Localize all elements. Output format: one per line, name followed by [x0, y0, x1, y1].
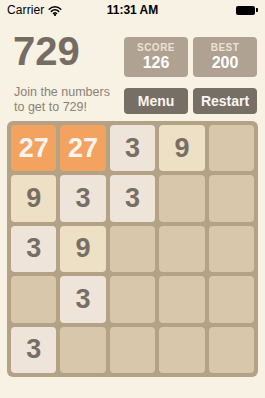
- empty-cell: [209, 175, 254, 221]
- tile-9: 9: [11, 175, 56, 221]
- tile-3: 3: [11, 226, 56, 272]
- empty-cell: [60, 327, 105, 373]
- empty-cell: [209, 125, 254, 171]
- tile-9: 9: [159, 125, 204, 171]
- empty-cell: [209, 226, 254, 272]
- score-label: SCORE: [137, 42, 175, 54]
- tile-27: 27: [11, 125, 56, 171]
- empty-cell: [209, 276, 254, 322]
- wifi-icon: [48, 5, 62, 16]
- tile-3: 3: [60, 276, 105, 322]
- subtitle: Join the numbers to get to 729!: [14, 85, 110, 114]
- best-value: 200: [212, 54, 239, 72]
- board-grid[interactable]: 2727399333933: [7, 121, 258, 377]
- tile-9: 9: [60, 226, 105, 272]
- score-value: 126: [143, 54, 170, 72]
- restart-button[interactable]: Restart: [193, 88, 257, 114]
- empty-cell: [110, 226, 155, 272]
- menu-button[interactable]: Menu: [124, 88, 188, 114]
- game-screen: 11:31 AM Carrier 729 Join the numbers to…: [0, 0, 265, 398]
- tile-27: 27: [60, 125, 105, 171]
- empty-cell: [159, 276, 204, 322]
- score-box: SCORE 126: [124, 37, 188, 77]
- empty-cell: [159, 226, 204, 272]
- carrier-label: Carrier: [7, 3, 44, 17]
- tile-3: 3: [11, 327, 56, 373]
- empty-cell: [159, 327, 204, 373]
- tile-3: 3: [110, 125, 155, 171]
- empty-cell: [209, 327, 254, 373]
- empty-cell: [159, 175, 204, 221]
- best-label: BEST: [211, 42, 240, 54]
- tile-3: 3: [60, 175, 105, 221]
- tile-3: 3: [110, 175, 155, 221]
- empty-cell: [11, 276, 56, 322]
- page-title: 729: [13, 31, 80, 71]
- best-box: BEST 200: [193, 37, 257, 77]
- battery-icon: [236, 6, 258, 15]
- empty-cell: [110, 327, 155, 373]
- empty-cell: [110, 276, 155, 322]
- status-bar: 11:31 AM Carrier: [0, 0, 265, 20]
